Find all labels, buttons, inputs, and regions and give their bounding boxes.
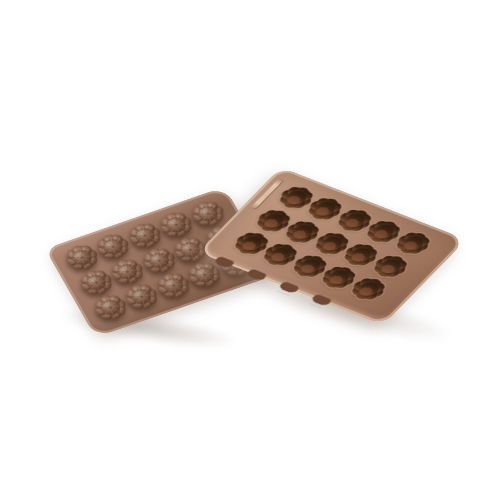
product-photo-scene xyxy=(0,0,500,500)
mold-tray-front-top-view xyxy=(198,167,466,324)
